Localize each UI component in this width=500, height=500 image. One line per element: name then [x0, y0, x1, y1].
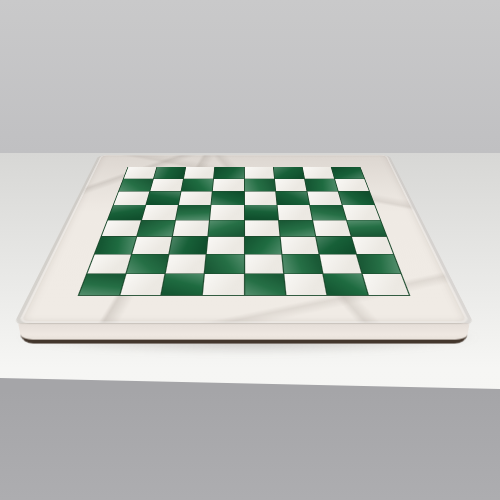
square-e8 — [244, 167, 273, 178]
square-c6 — [179, 192, 212, 205]
square-h5 — [343, 205, 380, 219]
square-d6 — [212, 192, 244, 205]
square-b8 — [154, 167, 185, 178]
square-f2 — [282, 254, 322, 273]
square-h6 — [339, 192, 375, 205]
square-b2 — [127, 254, 169, 273]
square-g1 — [323, 274, 367, 295]
square-a5 — [108, 205, 145, 219]
square-d8 — [214, 167, 243, 178]
background-wall — [0, 0, 500, 153]
square-f3 — [280, 237, 318, 254]
square-d7 — [213, 179, 243, 191]
square-h4 — [347, 220, 386, 236]
square-f7 — [275, 179, 307, 191]
square-f6 — [276, 192, 309, 205]
square-a8 — [124, 167, 157, 178]
product-photo — [0, 0, 500, 500]
square-a4 — [102, 220, 141, 236]
square-g7 — [305, 179, 338, 191]
square-c1 — [162, 274, 204, 295]
square-b3 — [132, 237, 172, 254]
square-f5 — [277, 205, 312, 219]
square-d4 — [209, 220, 244, 236]
square-a7 — [119, 179, 153, 191]
square-g5 — [310, 205, 346, 219]
square-c4 — [173, 220, 209, 236]
square-d3 — [207, 237, 243, 254]
square-e4 — [245, 220, 280, 236]
square-a2 — [87, 254, 131, 273]
square-g8 — [303, 167, 334, 178]
square-g3 — [316, 237, 356, 254]
square-g6 — [307, 192, 341, 205]
square-g4 — [313, 220, 351, 236]
square-c5 — [176, 205, 211, 219]
square-c7 — [182, 179, 214, 191]
square-g2 — [319, 254, 361, 273]
square-e3 — [245, 237, 281, 254]
square-f1 — [284, 274, 326, 295]
square-e2 — [245, 254, 283, 273]
square-h1 — [363, 274, 409, 295]
board-front-face — [18, 323, 470, 344]
square-e5 — [244, 205, 277, 219]
square-h7 — [335, 179, 369, 191]
square-f4 — [279, 220, 315, 236]
square-b7 — [150, 179, 183, 191]
square-a6 — [114, 192, 150, 205]
square-e6 — [244, 192, 276, 205]
square-a3 — [95, 237, 136, 254]
square-h3 — [352, 237, 393, 254]
playing-area — [78, 167, 411, 296]
square-d5 — [210, 205, 243, 219]
square-c8 — [184, 167, 214, 178]
square-e1 — [245, 274, 285, 295]
square-d1 — [203, 274, 243, 295]
square-h2 — [357, 254, 401, 273]
square-b6 — [146, 192, 180, 205]
square-e7 — [244, 179, 274, 191]
square-c3 — [170, 237, 208, 254]
square-b1 — [121, 274, 165, 295]
square-h8 — [332, 167, 365, 178]
square-b5 — [142, 205, 178, 219]
square-b4 — [138, 220, 176, 236]
square-c2 — [166, 254, 206, 273]
square-a1 — [79, 274, 125, 295]
square-f8 — [273, 167, 303, 178]
square-d2 — [205, 254, 243, 273]
